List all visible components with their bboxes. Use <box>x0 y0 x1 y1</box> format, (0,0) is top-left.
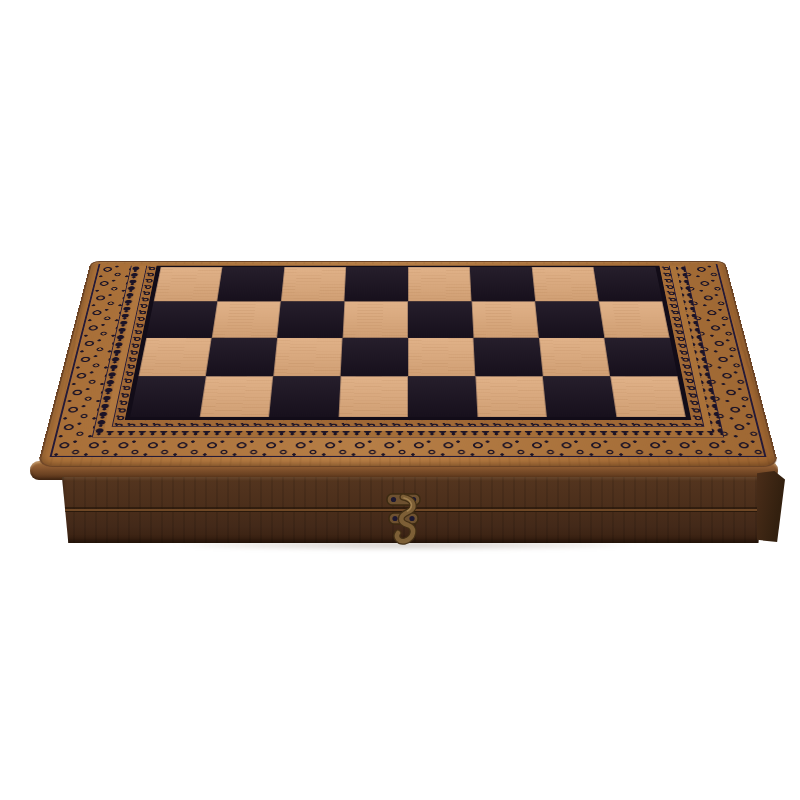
board-square <box>408 267 472 301</box>
board-square <box>594 267 663 301</box>
board-square <box>130 376 206 417</box>
chessboard-grid <box>130 267 686 417</box>
wave-scroll-border <box>112 266 705 427</box>
board-square <box>599 301 670 337</box>
board-square <box>408 338 475 377</box>
board-square <box>472 301 539 337</box>
board-square <box>610 376 686 417</box>
scallop-border <box>92 266 725 438</box>
wood-margin <box>104 266 712 431</box>
board-square <box>277 301 344 337</box>
chess-box <box>0 0 800 800</box>
clasp-rivet <box>391 497 396 502</box>
board-square <box>206 338 277 377</box>
product-photo <box>0 0 800 800</box>
board-frame <box>125 266 692 421</box>
board-square <box>539 338 610 377</box>
clasp-rivet <box>409 516 414 521</box>
board-square <box>470 267 535 301</box>
board-square <box>154 267 223 301</box>
ornate-scroll-border <box>50 264 767 457</box>
board-square <box>200 376 274 417</box>
board-square <box>146 301 217 337</box>
box-lid-top <box>37 261 779 467</box>
clasp-latch <box>381 491 427 547</box>
board-square <box>532 267 599 301</box>
board-square <box>408 376 477 417</box>
box-right-side <box>757 471 785 542</box>
board-square <box>475 376 547 417</box>
board-square <box>138 338 211 377</box>
board-square <box>343 301 408 337</box>
board-square <box>341 338 408 377</box>
board-square <box>281 267 346 301</box>
board-square <box>473 338 542 377</box>
board-square <box>269 376 341 417</box>
board-square <box>339 376 408 417</box>
board-square <box>408 301 473 337</box>
board-square <box>212 301 281 337</box>
clasp-rivet <box>392 516 397 521</box>
board-square <box>535 301 604 337</box>
board-square <box>344 267 408 301</box>
board-square <box>273 338 342 377</box>
board-square <box>604 338 677 377</box>
board-square <box>217 267 284 301</box>
board-square <box>543 376 617 417</box>
